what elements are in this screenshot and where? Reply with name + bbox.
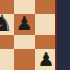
- square-h8[interactable]: [35, 0, 57, 14]
- app-background-strip: [57, 0, 70, 70]
- black-pawn[interactable]: ♟: [37, 49, 54, 68]
- black-pawn[interactable]: ♟: [16, 14, 33, 33]
- square-f5[interactable]: [0, 49, 14, 70]
- black-knight[interactable]: ♞: [0, 12, 13, 35]
- square-f6[interactable]: [0, 35, 14, 49]
- chess-app-viewport: ♞♟♟: [0, 0, 70, 70]
- square-g6[interactable]: [14, 35, 36, 49]
- chess-board: ♞♟♟: [0, 0, 57, 70]
- square-g5[interactable]: [14, 49, 36, 70]
- square-h7[interactable]: [35, 14, 57, 36]
